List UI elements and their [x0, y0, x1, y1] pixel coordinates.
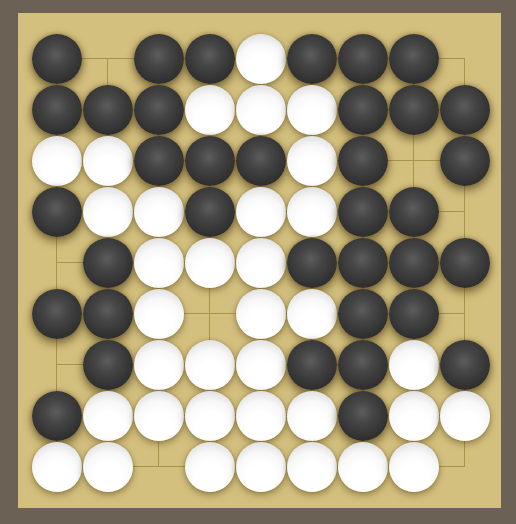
- black-stone[interactable]: [134, 85, 184, 135]
- intersection-d1[interactable]: [184, 441, 235, 492]
- intersection-f1[interactable]: [286, 441, 337, 492]
- black-stone[interactable]: [389, 187, 439, 237]
- intersection-d6[interactable]: [184, 186, 235, 237]
- black-stone[interactable]: [32, 391, 82, 441]
- white-stone[interactable]: [134, 391, 184, 441]
- intersection-a9[interactable]: [31, 33, 82, 84]
- white-stone[interactable]: [185, 442, 235, 492]
- white-stone[interactable]: [185, 85, 235, 135]
- black-stone[interactable]: [287, 238, 337, 288]
- intersection-c9[interactable]: [133, 33, 184, 84]
- intersection-a4[interactable]: [31, 288, 82, 339]
- intersection-d8[interactable]: [184, 84, 235, 135]
- intersection-b9[interactable]: [82, 33, 133, 84]
- intersection-b8[interactable]: [82, 84, 133, 135]
- black-stone[interactable]: [83, 289, 133, 339]
- intersection-c4[interactable]: [133, 288, 184, 339]
- intersection-b5[interactable]: [82, 237, 133, 288]
- white-stone[interactable]: [389, 340, 439, 390]
- intersection-c3[interactable]: [133, 339, 184, 390]
- go-board: [18, 13, 501, 508]
- intersection-h4[interactable]: [388, 288, 439, 339]
- black-stone[interactable]: [134, 136, 184, 186]
- intersection-e1[interactable]: [235, 441, 286, 492]
- intersection-g3[interactable]: [337, 339, 388, 390]
- intersection-g4[interactable]: [337, 288, 388, 339]
- white-stone[interactable]: [83, 391, 133, 441]
- black-stone[interactable]: [338, 187, 388, 237]
- intersection-e2[interactable]: [235, 390, 286, 441]
- black-stone[interactable]: [287, 34, 337, 84]
- black-stone[interactable]: [185, 34, 235, 84]
- intersection-h3[interactable]: [388, 339, 439, 390]
- black-stone[interactable]: [440, 340, 490, 390]
- black-stone[interactable]: [32, 34, 82, 84]
- intersection-a2[interactable]: [31, 390, 82, 441]
- black-stone[interactable]: [338, 136, 388, 186]
- white-stone[interactable]: [185, 391, 235, 441]
- white-stone[interactable]: [32, 136, 82, 186]
- intersection-a5[interactable]: [31, 237, 82, 288]
- white-stone[interactable]: [287, 442, 337, 492]
- intersection-b1[interactable]: [82, 441, 133, 492]
- white-stone[interactable]: [236, 442, 286, 492]
- white-stone[interactable]: [134, 289, 184, 339]
- white-stone[interactable]: [440, 391, 490, 441]
- intersection-c2[interactable]: [133, 390, 184, 441]
- white-stone[interactable]: [83, 442, 133, 492]
- white-stone[interactable]: [83, 187, 133, 237]
- intersection-j7[interactable]: [439, 135, 490, 186]
- intersection-e9[interactable]: [235, 33, 286, 84]
- black-stone[interactable]: [83, 340, 133, 390]
- black-stone[interactable]: [134, 34, 184, 84]
- intersection-a3[interactable]: [31, 339, 82, 390]
- intersection-h1[interactable]: [388, 441, 439, 492]
- intersection-e3[interactable]: [235, 339, 286, 390]
- black-stone[interactable]: [389, 85, 439, 135]
- intersection-g1[interactable]: [337, 441, 388, 492]
- intersection-f2[interactable]: [286, 390, 337, 441]
- intersection-c8[interactable]: [133, 84, 184, 135]
- white-stone[interactable]: [338, 442, 388, 492]
- intersection-j1[interactable]: [439, 441, 490, 492]
- intersection-b6[interactable]: [82, 186, 133, 237]
- intersection-h7[interactable]: [388, 135, 439, 186]
- intersection-j9[interactable]: [439, 33, 490, 84]
- black-stone[interactable]: [338, 85, 388, 135]
- intersection-f5[interactable]: [286, 237, 337, 288]
- white-stone[interactable]: [32, 442, 82, 492]
- black-stone[interactable]: [338, 391, 388, 441]
- intersection-h9[interactable]: [388, 33, 439, 84]
- white-stone[interactable]: [134, 340, 184, 390]
- intersection-c1[interactable]: [133, 441, 184, 492]
- black-stone[interactable]: [185, 136, 235, 186]
- white-stone[interactable]: [236, 391, 286, 441]
- black-stone[interactable]: [338, 289, 388, 339]
- black-stone[interactable]: [338, 34, 388, 84]
- black-stone[interactable]: [185, 187, 235, 237]
- intersection-e6[interactable]: [235, 186, 286, 237]
- black-stone[interactable]: [389, 34, 439, 84]
- intersection-b7[interactable]: [82, 135, 133, 186]
- intersection-a7[interactable]: [31, 135, 82, 186]
- intersection-d2[interactable]: [184, 390, 235, 441]
- intersection-j3[interactable]: [439, 339, 490, 390]
- intersection-b2[interactable]: [82, 390, 133, 441]
- white-stone[interactable]: [236, 34, 286, 84]
- intersection-f3[interactable]: [286, 339, 337, 390]
- intersection-g8[interactable]: [337, 84, 388, 135]
- white-stone[interactable]: [389, 391, 439, 441]
- intersection-b3[interactable]: [82, 339, 133, 390]
- black-stone[interactable]: [32, 85, 82, 135]
- black-stone[interactable]: [236, 136, 286, 186]
- intersection-c7[interactable]: [133, 135, 184, 186]
- intersection-j8[interactable]: [439, 84, 490, 135]
- intersection-d9[interactable]: [184, 33, 235, 84]
- black-stone[interactable]: [440, 136, 490, 186]
- white-stone[interactable]: [185, 340, 235, 390]
- intersection-a6[interactable]: [31, 186, 82, 237]
- white-stone[interactable]: [287, 85, 337, 135]
- intersection-j4[interactable]: [439, 288, 490, 339]
- intersection-j2[interactable]: [439, 390, 490, 441]
- black-stone[interactable]: [32, 187, 82, 237]
- intersection-e4[interactable]: [235, 288, 286, 339]
- board-intersections: [31, 33, 490, 492]
- black-stone[interactable]: [389, 238, 439, 288]
- white-stone[interactable]: [236, 289, 286, 339]
- intersection-f9[interactable]: [286, 33, 337, 84]
- white-stone[interactable]: [236, 187, 286, 237]
- black-stone[interactable]: [338, 340, 388, 390]
- intersection-j6[interactable]: [439, 186, 490, 237]
- white-stone[interactable]: [134, 238, 184, 288]
- intersection-g6[interactable]: [337, 186, 388, 237]
- intersection-f8[interactable]: [286, 84, 337, 135]
- intersection-f7[interactable]: [286, 135, 337, 186]
- white-stone[interactable]: [287, 187, 337, 237]
- intersection-j5[interactable]: [439, 237, 490, 288]
- black-stone[interactable]: [338, 238, 388, 288]
- black-stone[interactable]: [287, 340, 337, 390]
- intersection-f6[interactable]: [286, 186, 337, 237]
- black-stone[interactable]: [32, 289, 82, 339]
- go-app-window: [0, 0, 516, 524]
- black-stone[interactable]: [389, 289, 439, 339]
- intersection-h6[interactable]: [388, 186, 439, 237]
- white-stone[interactable]: [287, 391, 337, 441]
- intersection-e8[interactable]: [235, 84, 286, 135]
- intersection-g9[interactable]: [337, 33, 388, 84]
- white-stone[interactable]: [287, 289, 337, 339]
- white-stone[interactable]: [236, 85, 286, 135]
- white-stone[interactable]: [287, 136, 337, 186]
- black-stone[interactable]: [83, 85, 133, 135]
- white-stone[interactable]: [185, 238, 235, 288]
- intersection-h5[interactable]: [388, 237, 439, 288]
- intersection-d5[interactable]: [184, 237, 235, 288]
- intersection-c6[interactable]: [133, 186, 184, 237]
- intersection-g2[interactable]: [337, 390, 388, 441]
- intersection-a8[interactable]: [31, 84, 82, 135]
- intersection-b4[interactable]: [82, 288, 133, 339]
- intersection-d7[interactable]: [184, 135, 235, 186]
- white-stone[interactable]: [83, 136, 133, 186]
- black-stone[interactable]: [440, 85, 490, 135]
- white-stone[interactable]: [236, 340, 286, 390]
- white-stone[interactable]: [389, 442, 439, 492]
- intersection-e7[interactable]: [235, 135, 286, 186]
- white-stone[interactable]: [134, 187, 184, 237]
- intersection-e5[interactable]: [235, 237, 286, 288]
- intersection-g7[interactable]: [337, 135, 388, 186]
- white-stone[interactable]: [236, 238, 286, 288]
- intersection-a1[interactable]: [31, 441, 82, 492]
- intersection-c5[interactable]: [133, 237, 184, 288]
- intersection-g5[interactable]: [337, 237, 388, 288]
- intersection-h8[interactable]: [388, 84, 439, 135]
- intersection-d3[interactable]: [184, 339, 235, 390]
- black-stone[interactable]: [440, 238, 490, 288]
- intersection-d4[interactable]: [184, 288, 235, 339]
- black-stone[interactable]: [83, 238, 133, 288]
- intersection-h2[interactable]: [388, 390, 439, 441]
- intersection-f4[interactable]: [286, 288, 337, 339]
